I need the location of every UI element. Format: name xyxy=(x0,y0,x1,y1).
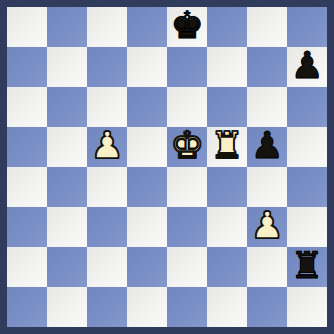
square-c6[interactable] xyxy=(87,87,127,127)
square-g1[interactable] xyxy=(247,287,287,327)
piece-white-rook[interactable]: ♜ xyxy=(210,126,243,166)
square-b8[interactable] xyxy=(47,7,87,47)
square-e6[interactable] xyxy=(167,87,207,127)
square-a6[interactable] xyxy=(7,87,47,127)
piece-black-pawn[interactable]: ♟ xyxy=(250,126,283,166)
square-g6[interactable] xyxy=(247,87,287,127)
square-h1[interactable] xyxy=(287,287,327,327)
square-c7[interactable] xyxy=(87,47,127,87)
square-c3[interactable] xyxy=(87,207,127,247)
square-a1[interactable] xyxy=(7,287,47,327)
square-b2[interactable] xyxy=(47,247,87,287)
square-d4[interactable] xyxy=(127,167,167,207)
square-h5[interactable] xyxy=(287,127,327,167)
square-a7[interactable] xyxy=(7,47,47,87)
square-d2[interactable] xyxy=(127,247,167,287)
square-f7[interactable] xyxy=(207,47,247,87)
board-frame: ♚♟♟♚♜♟♟♜ xyxy=(0,0,334,334)
square-b7[interactable] xyxy=(47,47,87,87)
square-g5[interactable]: ♟ xyxy=(247,127,287,167)
square-g8[interactable] xyxy=(247,7,287,47)
square-h4[interactable] xyxy=(287,167,327,207)
piece-white-pawn[interactable]: ♟ xyxy=(90,126,123,166)
square-e4[interactable] xyxy=(167,167,207,207)
square-b5[interactable] xyxy=(47,127,87,167)
square-g2[interactable] xyxy=(247,247,287,287)
square-d3[interactable] xyxy=(127,207,167,247)
square-d1[interactable] xyxy=(127,287,167,327)
square-a3[interactable] xyxy=(7,207,47,247)
square-f3[interactable] xyxy=(207,207,247,247)
square-f4[interactable] xyxy=(207,167,247,207)
square-f5[interactable]: ♜ xyxy=(207,127,247,167)
square-e3[interactable] xyxy=(167,207,207,247)
square-a8[interactable] xyxy=(7,7,47,47)
piece-black-pawn[interactable]: ♟ xyxy=(290,46,323,86)
square-c5[interactable]: ♟ xyxy=(87,127,127,167)
square-b6[interactable] xyxy=(47,87,87,127)
piece-black-rook[interactable]: ♜ xyxy=(290,246,323,286)
square-g7[interactable] xyxy=(247,47,287,87)
square-b4[interactable] xyxy=(47,167,87,207)
square-d6[interactable] xyxy=(127,87,167,127)
square-b1[interactable] xyxy=(47,287,87,327)
square-c1[interactable] xyxy=(87,287,127,327)
square-g4[interactable] xyxy=(247,167,287,207)
square-g3[interactable]: ♟ xyxy=(247,207,287,247)
square-h3[interactable] xyxy=(287,207,327,247)
square-h8[interactable] xyxy=(287,7,327,47)
square-e1[interactable] xyxy=(167,287,207,327)
square-c2[interactable] xyxy=(87,247,127,287)
piece-white-pawn[interactable]: ♟ xyxy=(250,206,283,246)
square-b3[interactable] xyxy=(47,207,87,247)
square-e7[interactable] xyxy=(167,47,207,87)
square-f8[interactable] xyxy=(207,7,247,47)
square-c8[interactable] xyxy=(87,7,127,47)
square-d5[interactable] xyxy=(127,127,167,167)
square-h6[interactable] xyxy=(287,87,327,127)
square-c4[interactable] xyxy=(87,167,127,207)
square-h2[interactable]: ♜ xyxy=(287,247,327,287)
square-f1[interactable] xyxy=(207,287,247,327)
square-d8[interactable] xyxy=(127,7,167,47)
square-e2[interactable] xyxy=(167,247,207,287)
square-h7[interactable]: ♟ xyxy=(287,47,327,87)
square-a2[interactable] xyxy=(7,247,47,287)
chess-board: ♚♟♟♚♜♟♟♜ xyxy=(7,7,327,327)
square-f2[interactable] xyxy=(207,247,247,287)
square-d7[interactable] xyxy=(127,47,167,87)
piece-black-king[interactable]: ♚ xyxy=(170,6,203,46)
square-a5[interactable] xyxy=(7,127,47,167)
square-f6[interactable] xyxy=(207,87,247,127)
piece-white-king[interactable]: ♚ xyxy=(170,126,203,166)
square-e8[interactable]: ♚ xyxy=(167,7,207,47)
square-e5[interactable]: ♚ xyxy=(167,127,207,167)
square-a4[interactable] xyxy=(7,167,47,207)
